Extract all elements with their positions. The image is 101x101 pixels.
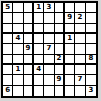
cell-r1c6[interactable]: [55, 3, 65, 13]
cell-r2c4[interactable]: [34, 13, 44, 23]
cell-r9c1[interactable]: 6: [3, 86, 13, 96]
cell-r4c7[interactable]: 1: [65, 34, 75, 44]
cell-r5c3[interactable]: 9: [24, 44, 34, 54]
cell-r8c9[interactable]: [86, 75, 96, 85]
cell-r8c1[interactable]: [3, 75, 13, 85]
cell-r4c5[interactable]: [44, 34, 54, 44]
cell-r8c5[interactable]: [44, 75, 54, 85]
cell-r1c2[interactable]: [13, 3, 23, 13]
cell-r5c7[interactable]: [65, 44, 75, 54]
cell-r5c1[interactable]: [3, 44, 13, 54]
cell-r1c4[interactable]: 1: [34, 3, 44, 13]
cell-r3c1[interactable]: [3, 24, 13, 34]
cell-r9c3[interactable]: [24, 86, 34, 96]
cell-r3c3[interactable]: [24, 24, 34, 34]
cell-r9c5[interactable]: [44, 86, 54, 96]
cell-r1c8[interactable]: [75, 3, 85, 13]
cell-r6c2[interactable]: [13, 55, 23, 65]
cell-r6c1[interactable]: [3, 55, 13, 65]
cell-r6c9[interactable]: 8: [86, 55, 96, 65]
cell-r1c3[interactable]: [24, 3, 34, 13]
cell-r3c5[interactable]: [44, 24, 54, 34]
cell-r6c8[interactable]: [75, 55, 85, 65]
cell-r4c9[interactable]: [86, 34, 96, 44]
cell-r3c8[interactable]: [75, 24, 85, 34]
cell-r2c1[interactable]: [3, 13, 13, 23]
cell-r4c6[interactable]: [55, 34, 65, 44]
cell-r7c6[interactable]: [55, 65, 65, 75]
cell-r7c8[interactable]: [75, 65, 85, 75]
cell-r9c2[interactable]: [13, 86, 23, 96]
cell-r3c6[interactable]: [55, 24, 65, 34]
cell-r8c8[interactable]: 7: [75, 75, 85, 85]
cell-r7c4[interactable]: 4: [34, 65, 44, 75]
cell-r8c2[interactable]: [13, 75, 23, 85]
cell-r9c6[interactable]: [55, 86, 65, 96]
cell-r5c6[interactable]: [55, 44, 65, 54]
cell-r3c4[interactable]: [34, 24, 44, 34]
cell-r6c5[interactable]: [44, 55, 54, 65]
cell-r9c4[interactable]: [34, 86, 44, 96]
cell-r4c8[interactable]: [75, 34, 85, 44]
cell-r1c1[interactable]: 5: [3, 3, 13, 13]
cell-r4c1[interactable]: [3, 34, 13, 44]
cell-r8c4[interactable]: [34, 75, 44, 85]
cell-r7c3[interactable]: [24, 65, 34, 75]
cell-r7c2[interactable]: 1: [13, 65, 23, 75]
cell-r4c4[interactable]: [34, 34, 44, 44]
cell-r5c8[interactable]: [75, 44, 85, 54]
cell-r7c1[interactable]: [3, 65, 13, 75]
cell-r7c9[interactable]: [86, 65, 96, 75]
cell-r2c3[interactable]: [24, 13, 34, 23]
cell-r7c7[interactable]: [65, 65, 75, 75]
cell-r5c2[interactable]: [13, 44, 23, 54]
cell-r6c3[interactable]: [24, 55, 34, 65]
sudoku-board: 51392419728149763: [1, 1, 98, 98]
cell-r2c6[interactable]: [55, 13, 65, 23]
cell-r4c3[interactable]: [24, 34, 34, 44]
cell-r3c9[interactable]: [86, 24, 96, 34]
cell-r9c9[interactable]: 3: [86, 86, 96, 96]
cell-r6c4[interactable]: [34, 55, 44, 65]
cell-r6c7[interactable]: [65, 55, 75, 65]
cell-r2c9[interactable]: [86, 13, 96, 23]
cell-r2c5[interactable]: [44, 13, 54, 23]
cell-r5c4[interactable]: [34, 44, 44, 54]
cell-r3c2[interactable]: [13, 24, 23, 34]
cell-r2c2[interactable]: [13, 13, 23, 23]
cell-r5c5[interactable]: 7: [44, 44, 54, 54]
cell-r1c9[interactable]: [86, 3, 96, 13]
cell-r9c8[interactable]: [75, 86, 85, 96]
cell-r5c9[interactable]: [86, 44, 96, 54]
cell-r6c6[interactable]: 2: [55, 55, 65, 65]
cell-r8c7[interactable]: [65, 75, 75, 85]
cell-r2c8[interactable]: 2: [75, 13, 85, 23]
cell-r9c7[interactable]: [65, 86, 75, 96]
cell-r4c2[interactable]: 4: [13, 34, 23, 44]
cell-r7c5[interactable]: [44, 65, 54, 75]
cell-r8c6[interactable]: 9: [55, 75, 65, 85]
cell-r1c5[interactable]: 3: [44, 3, 54, 13]
cell-r3c7[interactable]: [65, 24, 75, 34]
cell-r2c7[interactable]: 9: [65, 13, 75, 23]
cell-r1c7[interactable]: [65, 3, 75, 13]
cell-r8c3[interactable]: [24, 75, 34, 85]
